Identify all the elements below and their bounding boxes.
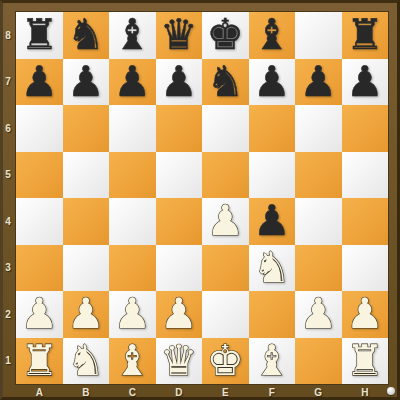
piece-white-knight[interactable]: ♞ — [253, 247, 291, 289]
square-a2[interactable]: ♟ — [16, 291, 63, 338]
square-h3[interactable] — [342, 245, 389, 292]
square-d3[interactable] — [156, 245, 203, 292]
square-a8[interactable]: ♜ — [16, 12, 63, 59]
piece-white-pawn[interactable]: ♟ — [206, 200, 244, 242]
piece-white-pawn[interactable]: ♟ — [20, 293, 58, 335]
square-a4[interactable] — [16, 198, 63, 245]
square-f8[interactable]: ♝ — [249, 12, 296, 59]
square-e5[interactable] — [202, 152, 249, 199]
square-b4[interactable] — [63, 198, 110, 245]
square-h2[interactable]: ♟ — [342, 291, 389, 338]
file-label-b: B — [63, 384, 110, 400]
rank-label-1: 1 — [0, 338, 16, 385]
square-f4[interactable]: ♟ — [249, 198, 296, 245]
square-c3[interactable] — [109, 245, 156, 292]
square-d6[interactable] — [156, 105, 203, 152]
rank-label-7: 7 — [0, 59, 16, 106]
square-e2[interactable] — [202, 291, 249, 338]
square-f6[interactable] — [249, 105, 296, 152]
square-d2[interactable]: ♟ — [156, 291, 203, 338]
square-a6[interactable] — [16, 105, 63, 152]
square-c4[interactable] — [109, 198, 156, 245]
square-g3[interactable] — [295, 245, 342, 292]
square-f3[interactable]: ♞ — [249, 245, 296, 292]
rank-label-8: 8 — [0, 12, 16, 59]
piece-white-king[interactable]: ♚ — [206, 340, 244, 382]
square-f5[interactable] — [249, 152, 296, 199]
square-c6[interactable] — [109, 105, 156, 152]
square-b3[interactable] — [63, 245, 110, 292]
square-f1[interactable]: ♝ — [249, 338, 296, 385]
square-e4[interactable]: ♟ — [202, 198, 249, 245]
file-label-c: C — [109, 384, 156, 400]
piece-white-rook[interactable]: ♜ — [20, 340, 58, 382]
piece-white-rook[interactable]: ♜ — [346, 340, 384, 382]
square-f7[interactable]: ♟ — [249, 59, 296, 106]
piece-white-knight[interactable]: ♞ — [67, 340, 105, 382]
piece-white-pawn[interactable]: ♟ — [346, 293, 384, 335]
piece-black-rook[interactable]: ♜ — [20, 14, 58, 56]
file-label-a: A — [16, 384, 63, 400]
square-g8[interactable] — [295, 12, 342, 59]
rank-label-5: 5 — [0, 152, 16, 199]
file-label-d: D — [156, 384, 203, 400]
piece-white-pawn[interactable]: ♟ — [160, 293, 198, 335]
square-c8[interactable]: ♝ — [109, 12, 156, 59]
square-d8[interactable]: ♛ — [156, 12, 203, 59]
square-d4[interactable] — [156, 198, 203, 245]
rank-label-3: 3 — [0, 245, 16, 292]
square-e3[interactable] — [202, 245, 249, 292]
piece-black-pawn[interactable]: ♟ — [67, 61, 105, 103]
file-label-e: E — [202, 384, 249, 400]
square-e6[interactable] — [202, 105, 249, 152]
rank-label-2: 2 — [0, 291, 16, 338]
rank-label-6: 6 — [0, 105, 16, 152]
square-d5[interactable] — [156, 152, 203, 199]
square-g2[interactable]: ♟ — [295, 291, 342, 338]
square-f2[interactable] — [249, 291, 296, 338]
square-b1[interactable]: ♞ — [63, 338, 110, 385]
square-e1[interactable]: ♚ — [202, 338, 249, 385]
piece-black-queen[interactable]: ♛ — [160, 14, 198, 56]
piece-black-pawn[interactable]: ♟ — [253, 61, 291, 103]
piece-black-pawn[interactable]: ♟ — [160, 61, 198, 103]
piece-black-knight[interactable]: ♞ — [67, 14, 105, 56]
square-d7[interactable]: ♟ — [156, 59, 203, 106]
piece-white-queen[interactable]: ♛ — [160, 340, 198, 382]
square-c2[interactable]: ♟ — [109, 291, 156, 338]
piece-black-pawn[interactable]: ♟ — [299, 61, 337, 103]
piece-white-bishop[interactable]: ♝ — [253, 340, 291, 382]
square-h8[interactable]: ♜ — [342, 12, 389, 59]
square-b5[interactable] — [63, 152, 110, 199]
piece-black-bishop[interactable]: ♝ — [113, 14, 151, 56]
square-g7[interactable]: ♟ — [295, 59, 342, 106]
square-g6[interactable] — [295, 105, 342, 152]
square-g4[interactable] — [295, 198, 342, 245]
square-h5[interactable] — [342, 152, 389, 199]
square-e8[interactable]: ♚ — [202, 12, 249, 59]
piece-black-rook[interactable]: ♜ — [346, 14, 384, 56]
square-h7[interactable]: ♟ — [342, 59, 389, 106]
piece-white-pawn[interactable]: ♟ — [67, 293, 105, 335]
square-e7[interactable]: ♞ — [202, 59, 249, 106]
chess-board: ♜♞♝♛♚♝♜♟♟♟♟♞♟♟♟♟♟♞♟♟♟♟♟♟♜♞♝♛♚♝♜ — [16, 12, 388, 384]
file-label-f: F — [249, 384, 296, 400]
square-c5[interactable] — [109, 152, 156, 199]
square-b7[interactable]: ♟ — [63, 59, 110, 106]
side-to-move-indicator-dot — [387, 387, 395, 395]
rank-label-4: 4 — [0, 198, 16, 245]
square-b6[interactable] — [63, 105, 110, 152]
piece-black-pawn[interactable]: ♟ — [113, 61, 151, 103]
square-a1[interactable]: ♜ — [16, 338, 63, 385]
piece-black-pawn[interactable]: ♟ — [253, 200, 291, 242]
file-label-g: G — [295, 384, 342, 400]
square-b8[interactable]: ♞ — [63, 12, 110, 59]
square-g1[interactable] — [295, 338, 342, 385]
piece-black-king[interactable]: ♚ — [206, 14, 244, 56]
square-h6[interactable] — [342, 105, 389, 152]
square-b2[interactable]: ♟ — [63, 291, 110, 338]
square-a5[interactable] — [16, 152, 63, 199]
piece-white-pawn[interactable]: ♟ — [113, 293, 151, 335]
square-d1[interactable]: ♛ — [156, 338, 203, 385]
square-g5[interactable] — [295, 152, 342, 199]
piece-black-pawn[interactable]: ♟ — [20, 61, 58, 103]
piece-black-bishop[interactable]: ♝ — [253, 14, 291, 56]
file-label-h: H — [342, 384, 389, 400]
square-a3[interactable] — [16, 245, 63, 292]
piece-black-pawn[interactable]: ♟ — [346, 61, 384, 103]
square-h4[interactable] — [342, 198, 389, 245]
square-c1[interactable]: ♝ — [109, 338, 156, 385]
square-a7[interactable]: ♟ — [16, 59, 63, 106]
square-c7[interactable]: ♟ — [109, 59, 156, 106]
piece-black-knight[interactable]: ♞ — [206, 61, 244, 103]
chess-diagram: ♜♞♝♛♚♝♜♟♟♟♟♞♟♟♟♟♟♞♟♟♟♟♟♟♜♞♝♛♚♝♜ 87654321… — [0, 0, 400, 400]
piece-white-pawn[interactable]: ♟ — [299, 293, 337, 335]
piece-white-bishop[interactable]: ♝ — [113, 340, 151, 382]
square-h1[interactable]: ♜ — [342, 338, 389, 385]
